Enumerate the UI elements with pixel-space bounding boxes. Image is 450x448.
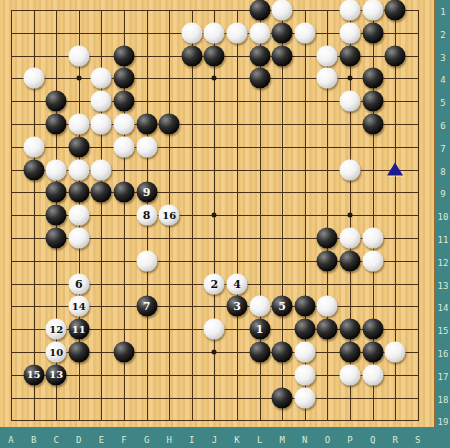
- black-stone[interactable]: [317, 319, 338, 340]
- col-label-F: F: [117, 432, 131, 448]
- move-number: 12: [49, 324, 63, 334]
- black-stone[interactable]: [136, 114, 157, 135]
- star-point: [348, 213, 353, 218]
- row-label-17: 17: [436, 371, 450, 383]
- move-number: 5: [278, 301, 286, 312]
- col-label-E: E: [94, 432, 108, 448]
- move-number: 14: [72, 301, 86, 311]
- white-stone[interactable]: [340, 228, 361, 249]
- col-label-R: R: [388, 432, 402, 448]
- star-point: [348, 76, 353, 81]
- black-stone[interactable]: [23, 159, 44, 180]
- black-stone[interactable]: [114, 91, 135, 112]
- white-stone[interactable]: [294, 342, 315, 363]
- star-point: [212, 76, 217, 81]
- black-stone[interactable]: [159, 114, 180, 135]
- white-stone[interactable]: [317, 296, 338, 317]
- move-number: 9: [143, 187, 151, 198]
- white-stone[interactable]: [114, 114, 135, 135]
- black-stone[interactable]: [362, 68, 383, 89]
- black-stone[interactable]: 11: [68, 319, 89, 340]
- grid-hline: [11, 420, 419, 421]
- white-stone[interactable]: [362, 228, 383, 249]
- row-label-10: 10: [436, 211, 450, 223]
- white-stone[interactable]: 2: [204, 273, 225, 294]
- move-number: 4: [233, 278, 241, 289]
- col-label-O: O: [320, 432, 334, 448]
- black-stone[interactable]: [249, 0, 270, 21]
- row-label-12: 12: [436, 257, 450, 269]
- row-label-9: 9: [436, 188, 450, 200]
- white-stone[interactable]: [91, 114, 112, 135]
- move-number: 1: [256, 324, 264, 335]
- black-stone[interactable]: [46, 205, 67, 226]
- row-label-7: 7: [436, 143, 450, 155]
- black-stone[interactable]: [385, 0, 406, 21]
- white-stone[interactable]: [68, 159, 89, 180]
- white-stone[interactable]: [204, 319, 225, 340]
- star-point: [76, 76, 81, 81]
- black-stone[interactable]: [46, 182, 67, 203]
- black-stone[interactable]: [385, 45, 406, 66]
- col-label-J: J: [207, 432, 221, 448]
- white-stone[interactable]: [68, 228, 89, 249]
- move-number: 10: [49, 347, 63, 357]
- col-label-A: A: [4, 432, 18, 448]
- white-stone[interactable]: [68, 205, 89, 226]
- black-stone[interactable]: [340, 45, 361, 66]
- black-stone[interactable]: [114, 182, 135, 203]
- black-stone[interactable]: [272, 22, 293, 43]
- col-label-N: N: [298, 432, 312, 448]
- white-stone[interactable]: [114, 136, 135, 157]
- black-stone[interactable]: 5: [272, 296, 293, 317]
- white-stone[interactable]: [23, 136, 44, 157]
- white-stone[interactable]: [91, 91, 112, 112]
- row-label-8: 8: [436, 166, 450, 178]
- white-stone[interactable]: [385, 342, 406, 363]
- white-stone[interactable]: [136, 136, 157, 157]
- col-label-I: I: [185, 432, 199, 448]
- col-label-B: B: [27, 432, 41, 448]
- row-label-6: 6: [436, 120, 450, 132]
- white-stone[interactable]: [340, 0, 361, 21]
- black-stone[interactable]: 15: [23, 364, 44, 385]
- black-stone[interactable]: [91, 182, 112, 203]
- white-stone[interactable]: [340, 22, 361, 43]
- black-stone[interactable]: 9: [136, 182, 157, 203]
- move-number: 13: [49, 370, 63, 380]
- row-label-11: 11: [436, 234, 450, 246]
- white-stone[interactable]: [340, 91, 361, 112]
- triangle-marker: [387, 162, 403, 175]
- white-stone[interactable]: [204, 22, 225, 43]
- black-stone[interactable]: [362, 114, 383, 135]
- white-stone[interactable]: [46, 159, 67, 180]
- black-stone[interactable]: [272, 342, 293, 363]
- white-stone[interactable]: 8: [136, 205, 157, 226]
- black-stone[interactable]: [340, 319, 361, 340]
- black-stone[interactable]: [114, 45, 135, 66]
- move-number: 8: [143, 210, 151, 221]
- col-label-S: S: [411, 432, 425, 448]
- black-stone[interactable]: [340, 342, 361, 363]
- row-label-15: 15: [436, 325, 450, 337]
- white-stone[interactable]: [23, 68, 44, 89]
- black-stone[interactable]: [362, 91, 383, 112]
- white-stone[interactable]: [317, 68, 338, 89]
- white-stone[interactable]: [227, 22, 248, 43]
- black-stone[interactable]: [362, 22, 383, 43]
- white-stone[interactable]: 12: [46, 319, 67, 340]
- row-label-16: 16: [436, 348, 450, 360]
- black-stone[interactable]: 7: [136, 296, 157, 317]
- black-stone[interactable]: [68, 182, 89, 203]
- black-stone[interactable]: [294, 296, 315, 317]
- black-stone[interactable]: [249, 45, 270, 66]
- white-stone[interactable]: [340, 159, 361, 180]
- black-stone[interactable]: [340, 250, 361, 271]
- black-stone[interactable]: [114, 342, 135, 363]
- col-label-L: L: [253, 432, 267, 448]
- white-stone[interactable]: [294, 364, 315, 385]
- row-label-14: 14: [436, 302, 450, 314]
- grid-vline: [237, 10, 238, 421]
- black-stone[interactable]: [362, 319, 383, 340]
- goban[interactable]: 98166241473512111101513: [0, 0, 435, 428]
- white-stone[interactable]: 6: [68, 273, 89, 294]
- black-stone[interactable]: [249, 68, 270, 89]
- move-number: 3: [233, 301, 241, 312]
- col-label-H: H: [162, 432, 176, 448]
- grid-vline: [418, 10, 419, 421]
- grid-hline: [11, 398, 419, 399]
- black-stone[interactable]: 1: [249, 319, 270, 340]
- black-stone[interactable]: 13: [46, 364, 67, 385]
- black-stone[interactable]: [272, 387, 293, 408]
- white-stone[interactable]: 14: [68, 296, 89, 317]
- black-stone[interactable]: [114, 68, 135, 89]
- white-stone[interactable]: [68, 114, 89, 135]
- black-stone[interactable]: [294, 319, 315, 340]
- white-stone[interactable]: [362, 364, 383, 385]
- black-stone[interactable]: [68, 342, 89, 363]
- col-label-M: M: [275, 432, 289, 448]
- white-stone[interactable]: [317, 45, 338, 66]
- move-number: 2: [211, 278, 219, 289]
- white-stone[interactable]: 16: [159, 205, 180, 226]
- white-stone[interactable]: [272, 0, 293, 21]
- move-number: 16: [162, 210, 176, 220]
- row-label-4: 4: [436, 74, 450, 86]
- black-stone[interactable]: [46, 91, 67, 112]
- white-stone[interactable]: [249, 22, 270, 43]
- white-stone[interactable]: [340, 364, 361, 385]
- go-diagram-window: { "game": "go", "app": { "background_col…: [0, 0, 450, 448]
- white-stone[interactable]: [294, 22, 315, 43]
- white-stone[interactable]: [181, 22, 202, 43]
- row-label-13: 13: [436, 280, 450, 292]
- move-number: 7: [143, 301, 151, 312]
- white-stone[interactable]: [362, 250, 383, 271]
- col-label-G: G: [140, 432, 154, 448]
- col-label-Q: Q: [366, 432, 380, 448]
- row-label-5: 5: [436, 97, 450, 109]
- white-stone[interactable]: 4: [227, 273, 248, 294]
- black-stone[interactable]: [181, 45, 202, 66]
- star-point: [212, 213, 217, 218]
- black-stone[interactable]: [317, 228, 338, 249]
- black-stone[interactable]: [362, 342, 383, 363]
- white-stone[interactable]: [91, 68, 112, 89]
- move-number: 15: [27, 370, 41, 380]
- black-stone[interactable]: [249, 342, 270, 363]
- white-stone[interactable]: 10: [46, 342, 67, 363]
- white-stone[interactable]: [362, 0, 383, 21]
- black-stone[interactable]: 3: [227, 296, 248, 317]
- col-label-D: D: [72, 432, 86, 448]
- black-stone[interactable]: [317, 250, 338, 271]
- row-label-18: 18: [436, 394, 450, 406]
- move-number: 11: [72, 324, 86, 334]
- col-label-K: K: [230, 432, 244, 448]
- white-stone[interactable]: [249, 296, 270, 317]
- black-stone[interactable]: [272, 45, 293, 66]
- move-number: 6: [75, 278, 83, 289]
- col-label-C: C: [49, 432, 63, 448]
- row-label-1: 1: [436, 6, 450, 18]
- white-stone[interactable]: [294, 387, 315, 408]
- row-label-3: 3: [436, 52, 450, 64]
- row-label-2: 2: [436, 29, 450, 41]
- black-stone[interactable]: [46, 114, 67, 135]
- black-stone[interactable]: [68, 136, 89, 157]
- col-label-P: P: [343, 432, 357, 448]
- black-stone[interactable]: [46, 228, 67, 249]
- row-label-19: 19: [436, 416, 450, 428]
- star-point: [212, 350, 217, 355]
- white-stone[interactable]: [91, 159, 112, 180]
- black-stone[interactable]: [204, 45, 225, 66]
- white-stone[interactable]: [136, 250, 157, 271]
- white-stone[interactable]: [68, 45, 89, 66]
